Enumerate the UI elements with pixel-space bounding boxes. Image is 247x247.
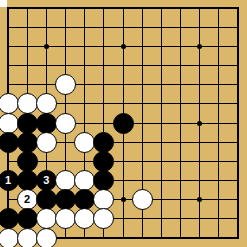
black-stone[interactable]: 3 [36,170,57,191]
black-stone[interactable] [17,132,38,153]
grid-line-horizontal [8,161,238,162]
black-stone[interactable] [17,170,38,191]
white-stone[interactable]: 2 [17,189,38,210]
white-stone[interactable] [74,132,95,153]
white-stone[interactable] [17,228,38,247]
black-stone[interactable] [36,189,57,210]
white-stone[interactable] [132,189,153,210]
black-stone[interactable] [93,132,114,153]
go-board-diagram: 132 [0,0,247,247]
white-stone[interactable] [36,228,57,247]
black-stone[interactable] [17,151,38,172]
grid-line-vertical [180,8,181,238]
white-stone[interactable] [55,74,76,95]
star-point [121,197,126,202]
grid-line-vertical [161,8,162,238]
star-point [197,121,202,126]
white-stone[interactable] [17,93,38,114]
white-stone[interactable] [74,170,95,191]
star-point [44,44,49,49]
star-point [197,44,202,49]
star-point [121,44,126,49]
white-stone[interactable] [0,228,19,247]
white-stone[interactable] [55,113,76,134]
black-stone[interactable]: 1 [0,170,19,191]
move-number-label: 1 [5,175,11,186]
black-stone[interactable] [17,113,38,134]
white-stone[interactable] [55,170,76,191]
black-stone[interactable] [17,208,38,229]
move-number-label: 3 [43,175,49,186]
black-stone[interactable] [55,189,76,210]
corner-artifact [0,0,7,7]
black-stone[interactable] [0,132,19,153]
white-stone[interactable] [36,132,57,153]
grid-line-vertical [218,8,219,238]
move-number-label: 2 [24,194,30,205]
black-stone[interactable] [36,113,57,134]
black-stone[interactable] [113,113,134,134]
white-stone[interactable] [0,113,19,134]
